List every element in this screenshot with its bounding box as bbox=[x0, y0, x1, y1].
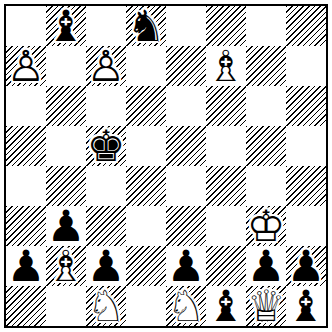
chess-board: ♝♞♟♙♟♙♝♗♚♟♚♔♟♝♗♟♟♟♟♞♘♞♘♝♛♕♝ bbox=[4, 4, 328, 328]
piece-black-pawn[interactable]: ♟ bbox=[286, 246, 326, 286]
square-h5[interactable] bbox=[286, 126, 326, 166]
piece-glyph-outline: ♘ bbox=[166, 286, 206, 326]
square-a7[interactable]: ♟♙ bbox=[6, 46, 46, 86]
piece-black-pawn[interactable]: ♟ bbox=[246, 246, 286, 286]
square-f3[interactable] bbox=[206, 206, 246, 246]
square-d8[interactable]: ♞ bbox=[126, 6, 166, 46]
square-h6[interactable] bbox=[286, 86, 326, 126]
square-g3[interactable]: ♚♔ bbox=[246, 206, 286, 246]
piece-glyph: ♝ bbox=[206, 286, 246, 326]
square-h3[interactable] bbox=[286, 206, 326, 246]
square-d5[interactable] bbox=[126, 126, 166, 166]
piece-black-pawn[interactable]: ♟ bbox=[86, 246, 126, 286]
square-c5[interactable]: ♚ bbox=[86, 126, 126, 166]
piece-glyph: ♞ bbox=[126, 6, 166, 46]
square-g7[interactable] bbox=[246, 46, 286, 86]
square-b8[interactable]: ♝ bbox=[46, 6, 86, 46]
piece-black-pawn[interactable]: ♟ bbox=[6, 246, 46, 286]
square-b3[interactable]: ♟ bbox=[46, 206, 86, 246]
piece-black-bishop[interactable]: ♝ bbox=[206, 286, 246, 326]
square-b5[interactable] bbox=[46, 126, 86, 166]
square-a3[interactable] bbox=[6, 206, 46, 246]
square-a5[interactable] bbox=[6, 126, 46, 166]
square-e5[interactable] bbox=[166, 126, 206, 166]
square-b4[interactable] bbox=[46, 166, 86, 206]
square-g1[interactable]: ♛♕ bbox=[246, 286, 286, 326]
square-a4[interactable] bbox=[6, 166, 46, 206]
piece-black-pawn[interactable]: ♟ bbox=[166, 246, 206, 286]
piece-glyph: ♚ bbox=[86, 126, 126, 166]
square-a8[interactable] bbox=[6, 6, 46, 46]
piece-black-bishop[interactable]: ♝ bbox=[46, 6, 86, 46]
square-c3[interactable] bbox=[86, 206, 126, 246]
square-e7[interactable] bbox=[166, 46, 206, 86]
piece-glyph: ♟ bbox=[286, 246, 326, 286]
square-f7[interactable]: ♝♗ bbox=[206, 46, 246, 86]
piece-white-queen[interactable]: ♛♕ bbox=[246, 286, 286, 326]
square-h7[interactable] bbox=[286, 46, 326, 86]
square-c1[interactable]: ♞♘ bbox=[86, 286, 126, 326]
piece-glyph-outline: ♙ bbox=[6, 46, 46, 86]
square-g4[interactable] bbox=[246, 166, 286, 206]
piece-white-bishop[interactable]: ♝♗ bbox=[206, 46, 246, 86]
square-c8[interactable] bbox=[86, 6, 126, 46]
piece-white-pawn[interactable]: ♟♙ bbox=[86, 46, 126, 86]
square-h1[interactable]: ♝ bbox=[286, 286, 326, 326]
square-h4[interactable] bbox=[286, 166, 326, 206]
square-e3[interactable] bbox=[166, 206, 206, 246]
piece-glyph-outline: ♗ bbox=[206, 46, 246, 86]
piece-glyph: ♟ bbox=[46, 206, 86, 246]
square-f2[interactable] bbox=[206, 246, 246, 286]
square-f1[interactable]: ♝ bbox=[206, 286, 246, 326]
square-g2[interactable]: ♟ bbox=[246, 246, 286, 286]
square-g6[interactable] bbox=[246, 86, 286, 126]
square-d7[interactable] bbox=[126, 46, 166, 86]
diagram-frame: ♝♞♟♙♟♙♝♗♚♟♚♔♟♝♗♟♟♟♟♞♘♞♘♝♛♕♝ bbox=[0, 0, 332, 332]
square-f6[interactable] bbox=[206, 86, 246, 126]
piece-black-pawn[interactable]: ♟ bbox=[46, 206, 86, 246]
square-g5[interactable] bbox=[246, 126, 286, 166]
piece-glyph-outline: ♗ bbox=[46, 246, 86, 286]
square-a1[interactable] bbox=[6, 286, 46, 326]
square-b7[interactable] bbox=[46, 46, 86, 86]
square-b1[interactable] bbox=[46, 286, 86, 326]
square-e1[interactable]: ♞♘ bbox=[166, 286, 206, 326]
square-e8[interactable] bbox=[166, 6, 206, 46]
square-c6[interactable] bbox=[86, 86, 126, 126]
square-g8[interactable] bbox=[246, 6, 286, 46]
piece-glyph-outline: ♘ bbox=[86, 286, 126, 326]
square-c7[interactable]: ♟♙ bbox=[86, 46, 126, 86]
square-c4[interactable] bbox=[86, 166, 126, 206]
square-f4[interactable] bbox=[206, 166, 246, 206]
piece-glyph: ♝ bbox=[286, 286, 326, 326]
piece-glyph-outline: ♕ bbox=[246, 286, 286, 326]
square-d3[interactable] bbox=[126, 206, 166, 246]
piece-white-knight[interactable]: ♞♘ bbox=[166, 286, 206, 326]
piece-glyph: ♟ bbox=[6, 246, 46, 286]
square-b2[interactable]: ♝♗ bbox=[46, 246, 86, 286]
piece-glyph: ♟ bbox=[166, 246, 206, 286]
square-f8[interactable] bbox=[206, 6, 246, 46]
piece-black-king[interactable]: ♚ bbox=[86, 126, 126, 166]
square-f5[interactable] bbox=[206, 126, 246, 166]
piece-glyph-outline: ♔ bbox=[246, 206, 286, 246]
square-a2[interactable]: ♟ bbox=[6, 246, 46, 286]
square-b6[interactable] bbox=[46, 86, 86, 126]
piece-glyph-outline: ♙ bbox=[86, 46, 126, 86]
square-h2[interactable]: ♟ bbox=[286, 246, 326, 286]
square-h8[interactable] bbox=[286, 6, 326, 46]
piece-glyph: ♟ bbox=[246, 246, 286, 286]
piece-white-bishop[interactable]: ♝♗ bbox=[46, 246, 86, 286]
piece-glyph: ♟ bbox=[86, 246, 126, 286]
piece-white-pawn[interactable]: ♟♙ bbox=[6, 46, 46, 86]
square-e2[interactable]: ♟ bbox=[166, 246, 206, 286]
square-d4[interactable] bbox=[126, 166, 166, 206]
piece-white-king[interactable]: ♚♔ bbox=[246, 206, 286, 246]
square-e4[interactable] bbox=[166, 166, 206, 206]
square-e6[interactable] bbox=[166, 86, 206, 126]
piece-glyph: ♝ bbox=[46, 6, 86, 46]
square-c2[interactable]: ♟ bbox=[86, 246, 126, 286]
square-a6[interactable] bbox=[6, 86, 46, 126]
piece-white-knight[interactable]: ♞♘ bbox=[86, 286, 126, 326]
piece-black-knight[interactable]: ♞ bbox=[126, 6, 166, 46]
square-d1[interactable] bbox=[126, 286, 166, 326]
piece-black-bishop[interactable]: ♝ bbox=[286, 286, 326, 326]
square-d6[interactable] bbox=[126, 86, 166, 126]
square-d2[interactable] bbox=[126, 246, 166, 286]
